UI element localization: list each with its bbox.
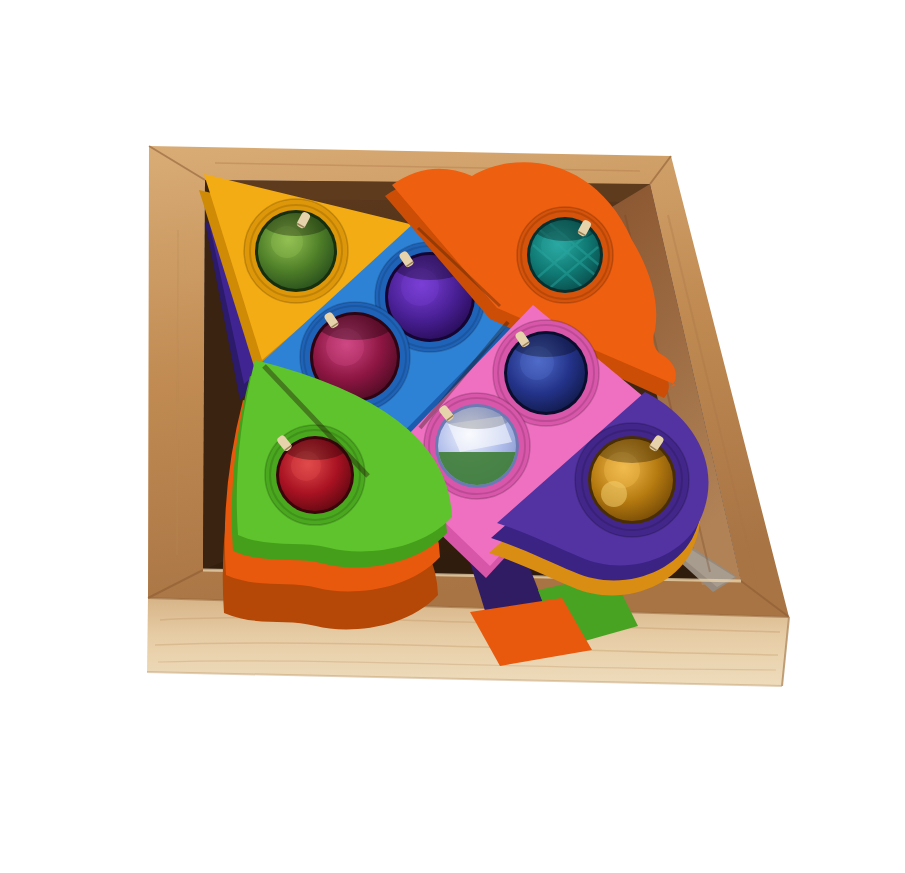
photo-wooden-sorting-box (0, 0, 905, 873)
scene-svg (0, 0, 905, 873)
gem-teal-window (517, 207, 613, 303)
gem-red-window (265, 425, 365, 525)
gem-amber-window (575, 423, 689, 537)
gem-green-window (244, 199, 348, 303)
